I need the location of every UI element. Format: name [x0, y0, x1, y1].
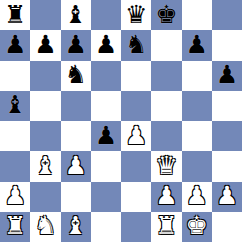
square-e7[interactable]: ♞: [121, 30, 151, 60]
square-f8[interactable]: ♚: [151, 0, 181, 30]
square-c2[interactable]: [61, 182, 91, 212]
square-b1[interactable]: ♞: [30, 212, 60, 242]
piece-black-pawn[interactable]: ♟: [34, 32, 56, 57]
square-a5[interactable]: ♝: [0, 91, 30, 121]
square-b2[interactable]: [30, 182, 60, 212]
square-e5[interactable]: [121, 91, 151, 121]
square-a6[interactable]: [0, 61, 30, 91]
piece-black-queen[interactable]: ♛: [125, 2, 147, 27]
square-c7[interactable]: ♟: [61, 30, 91, 60]
square-e2[interactable]: [121, 182, 151, 212]
piece-black-knight[interactable]: ♞: [64, 62, 86, 87]
square-g3[interactable]: [182, 151, 212, 181]
piece-black-pawn[interactable]: ♟: [64, 32, 86, 57]
piece-white-bishop[interactable]: ♝: [64, 213, 86, 238]
square-f4[interactable]: [151, 121, 181, 151]
square-c4[interactable]: [61, 121, 91, 151]
piece-black-king[interactable]: ♚: [155, 2, 177, 27]
square-b5[interactable]: [30, 91, 60, 121]
square-e8[interactable]: ♛: [121, 0, 151, 30]
square-d3[interactable]: [91, 151, 121, 181]
square-c5[interactable]: [61, 91, 91, 121]
piece-white-king[interactable]: ♚: [185, 213, 207, 238]
square-e4[interactable]: ♟: [121, 121, 151, 151]
square-h5[interactable]: [212, 91, 242, 121]
square-h4[interactable]: [212, 121, 242, 151]
square-b8[interactable]: [30, 0, 60, 30]
piece-black-rook[interactable]: ♜: [4, 2, 26, 27]
square-g1[interactable]: ♚: [182, 212, 212, 242]
square-b3[interactable]: ♝: [30, 151, 60, 181]
square-h3[interactable]: [212, 151, 242, 181]
square-g7[interactable]: ♟: [182, 30, 212, 60]
piece-white-pawn[interactable]: ♟: [125, 123, 147, 148]
square-g4[interactable]: [182, 121, 212, 151]
square-f7[interactable]: [151, 30, 181, 60]
square-d6[interactable]: [91, 61, 121, 91]
chess-board: ♜♝♛♚♟♟♟♟♞♟♞♟♝♟♟♝♟♛♟♟♟♟♜♞♝♜♚: [0, 0, 242, 242]
square-c8[interactable]: ♝: [61, 0, 91, 30]
square-d5[interactable]: [91, 91, 121, 121]
square-a3[interactable]: [0, 151, 30, 181]
piece-black-knight[interactable]: ♞: [125, 32, 147, 57]
square-h7[interactable]: [212, 30, 242, 60]
square-a2[interactable]: ♟: [0, 182, 30, 212]
square-a7[interactable]: ♟: [0, 30, 30, 60]
piece-white-knight[interactable]: ♞: [34, 213, 56, 238]
square-a4[interactable]: [0, 121, 30, 151]
square-d7[interactable]: ♟: [91, 30, 121, 60]
piece-white-pawn[interactable]: ♟: [185, 183, 207, 208]
piece-white-queen[interactable]: ♛: [155, 153, 177, 178]
piece-black-bishop[interactable]: ♝: [64, 2, 86, 27]
piece-white-rook[interactable]: ♜: [4, 213, 26, 238]
square-d8[interactable]: [91, 0, 121, 30]
piece-black-pawn[interactable]: ♟: [216, 62, 238, 87]
piece-white-rook[interactable]: ♜: [155, 213, 177, 238]
square-h2[interactable]: ♟: [212, 182, 242, 212]
square-d4[interactable]: ♟: [91, 121, 121, 151]
square-b6[interactable]: [30, 61, 60, 91]
square-d1[interactable]: [91, 212, 121, 242]
square-c3[interactable]: ♟: [61, 151, 91, 181]
square-b4[interactable]: [30, 121, 60, 151]
square-c6[interactable]: ♞: [61, 61, 91, 91]
square-g8[interactable]: [182, 0, 212, 30]
piece-white-pawn[interactable]: ♟: [64, 153, 86, 178]
piece-black-pawn[interactable]: ♟: [4, 32, 26, 57]
piece-black-pawn[interactable]: ♟: [95, 123, 117, 148]
piece-black-pawn[interactable]: ♟: [95, 32, 117, 57]
square-e6[interactable]: [121, 61, 151, 91]
square-h8[interactable]: [212, 0, 242, 30]
piece-white-pawn[interactable]: ♟: [216, 183, 238, 208]
piece-white-pawn[interactable]: ♟: [4, 183, 26, 208]
square-f5[interactable]: [151, 91, 181, 121]
square-f1[interactable]: ♜: [151, 212, 181, 242]
square-e1[interactable]: [121, 212, 151, 242]
square-h1[interactable]: [212, 212, 242, 242]
square-f3[interactable]: ♛: [151, 151, 181, 181]
piece-white-pawn[interactable]: ♟: [155, 183, 177, 208]
square-g2[interactable]: ♟: [182, 182, 212, 212]
square-d2[interactable]: [91, 182, 121, 212]
piece-black-bishop[interactable]: ♝: [4, 92, 26, 117]
square-g6[interactable]: [182, 61, 212, 91]
square-e3[interactable]: [121, 151, 151, 181]
piece-black-pawn[interactable]: ♟: [185, 32, 207, 57]
piece-white-bishop[interactable]: ♝: [34, 153, 56, 178]
square-a1[interactable]: ♜: [0, 212, 30, 242]
square-a8[interactable]: ♜: [0, 0, 30, 30]
square-f2[interactable]: ♟: [151, 182, 181, 212]
square-h6[interactable]: ♟: [212, 61, 242, 91]
square-f6[interactable]: [151, 61, 181, 91]
square-c1[interactable]: ♝: [61, 212, 91, 242]
square-b7[interactable]: ♟: [30, 30, 60, 60]
square-g5[interactable]: [182, 91, 212, 121]
